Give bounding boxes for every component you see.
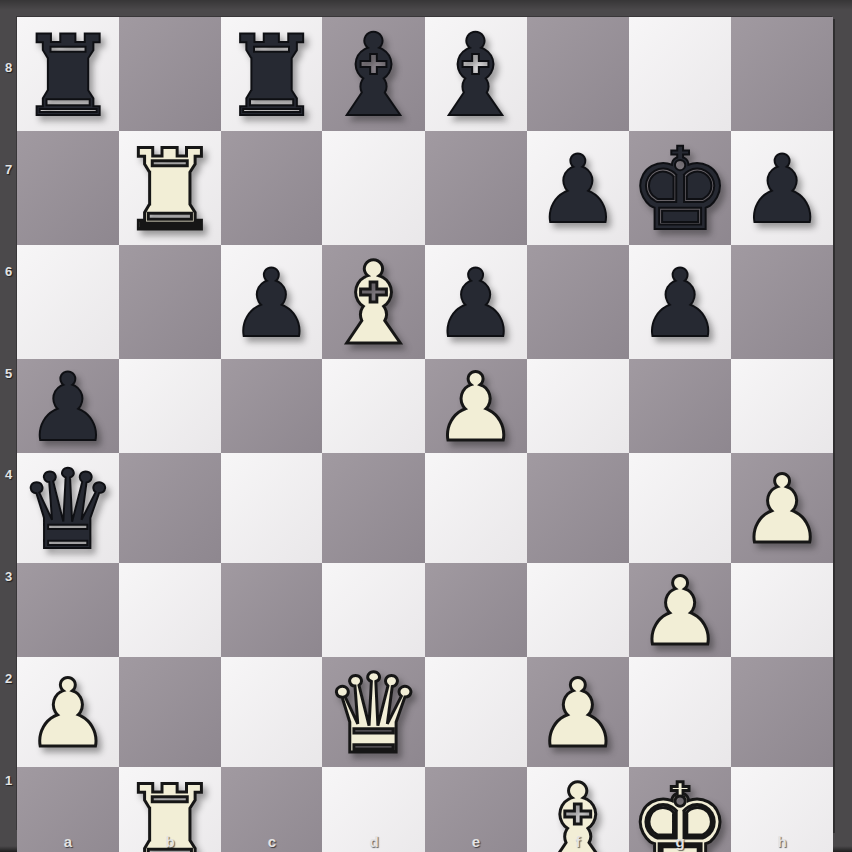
square-h6[interactable]: [731, 245, 833, 359]
piece-white-queen[interactable]: ♛: [324, 659, 423, 769]
piece-black-rook[interactable]: ♜: [221, 20, 321, 132]
square-d3[interactable]: [322, 563, 424, 657]
square-e5[interactable]: ♟: [425, 359, 527, 453]
square-a5[interactable]: ♟: [17, 359, 119, 453]
piece-black-pawn[interactable]: ♟: [536, 143, 620, 237]
piece-white-pawn[interactable]: ♟: [740, 463, 824, 557]
square-a3[interactable]: [17, 563, 119, 657]
square-b2[interactable]: [119, 657, 221, 767]
square-e7[interactable]: [425, 131, 527, 245]
square-f3[interactable]: [527, 563, 629, 657]
piece-white-bishop[interactable]: ♝: [322, 247, 424, 361]
square-c2[interactable]: [221, 657, 323, 767]
rank-labels: 87654321: [0, 17, 17, 831]
square-g7[interactable]: ♚: [629, 131, 731, 245]
piece-black-bishop[interactable]: ♝: [425, 19, 527, 133]
square-g2[interactable]: [629, 657, 731, 767]
rank-label-3: 3: [0, 526, 17, 628]
file-label-c: c: [221, 831, 323, 852]
piece-black-pawn[interactable]: ♟: [740, 143, 824, 237]
square-d2[interactable]: ♛: [322, 657, 424, 767]
rank-label-7: 7: [0, 119, 17, 221]
piece-black-bishop[interactable]: ♝: [322, 19, 424, 133]
square-d5[interactable]: [322, 359, 424, 453]
square-e3[interactable]: [425, 563, 527, 657]
rank-label-8: 8: [0, 17, 17, 119]
file-label-d: d: [323, 831, 425, 852]
square-f6[interactable]: [527, 245, 629, 359]
square-h3[interactable]: [731, 563, 833, 657]
square-c6[interactable]: ♟: [221, 245, 323, 359]
square-a8[interactable]: ♜: [17, 17, 119, 131]
file-label-e: e: [425, 831, 527, 852]
file-labels: abcdefgh: [17, 831, 833, 852]
square-h4[interactable]: ♟: [731, 453, 833, 563]
square-g5[interactable]: [629, 359, 731, 453]
piece-black-pawn[interactable]: ♟: [638, 257, 722, 351]
piece-white-pawn[interactable]: ♟: [536, 667, 620, 761]
square-h5[interactable]: [731, 359, 833, 453]
chess-board-frame: 87654321 abcdefgh ♜♜♝♝♜♟♚♟♟♝♟♟♟♟♛♟♟♟♛♟♜♝…: [0, 0, 852, 852]
square-d6[interactable]: ♝: [322, 245, 424, 359]
square-a7[interactable]: [17, 131, 119, 245]
piece-white-pawn[interactable]: ♟: [434, 361, 518, 455]
square-b3[interactable]: [119, 563, 221, 657]
file-label-f: f: [527, 831, 629, 852]
rank-label-4: 4: [0, 424, 17, 526]
file-label-h: h: [731, 831, 833, 852]
square-a4[interactable]: ♛: [17, 453, 119, 563]
square-e4[interactable]: [425, 453, 527, 563]
square-h2[interactable]: [731, 657, 833, 767]
piece-black-pawn[interactable]: ♟: [434, 257, 518, 351]
rank-label-1: 1: [0, 729, 17, 831]
square-f8[interactable]: [527, 17, 629, 131]
rank-label-6: 6: [0, 221, 17, 323]
square-g3[interactable]: ♟: [629, 563, 731, 657]
square-g8[interactable]: [629, 17, 731, 131]
square-b6[interactable]: [119, 245, 221, 359]
square-d7[interactable]: [322, 131, 424, 245]
rank-label-2: 2: [0, 628, 17, 730]
file-label-g: g: [629, 831, 731, 852]
piece-white-pawn[interactable]: ♟: [26, 667, 110, 761]
square-g4[interactable]: [629, 453, 731, 563]
file-label-b: b: [119, 831, 221, 852]
square-a2[interactable]: ♟: [17, 657, 119, 767]
square-e2[interactable]: [425, 657, 527, 767]
piece-black-pawn[interactable]: ♟: [229, 257, 313, 351]
square-b8[interactable]: [119, 17, 221, 131]
square-c3[interactable]: [221, 563, 323, 657]
square-h8[interactable]: [731, 17, 833, 131]
piece-white-rook[interactable]: ♜: [119, 134, 219, 246]
rank-label-5: 5: [0, 322, 17, 424]
square-f2[interactable]: ♟: [527, 657, 629, 767]
square-f4[interactable]: [527, 453, 629, 563]
square-a6[interactable]: [17, 245, 119, 359]
square-d4[interactable]: [322, 453, 424, 563]
square-f5[interactable]: [527, 359, 629, 453]
square-c7[interactable]: [221, 131, 323, 245]
square-h7[interactable]: ♟: [731, 131, 833, 245]
square-f7[interactable]: ♟: [527, 131, 629, 245]
piece-black-king[interactable]: ♚: [629, 133, 731, 247]
square-b7[interactable]: ♜: [119, 131, 221, 245]
square-c5[interactable]: [221, 359, 323, 453]
square-b5[interactable]: [119, 359, 221, 453]
file-label-a: a: [17, 831, 119, 852]
square-c4[interactable]: [221, 453, 323, 563]
piece-black-pawn[interactable]: ♟: [26, 361, 110, 455]
square-b4[interactable]: [119, 453, 221, 563]
square-e8[interactable]: ♝: [425, 17, 527, 131]
square-d8[interactable]: ♝: [322, 17, 424, 131]
chess-board: ♜♜♝♝♜♟♚♟♟♝♟♟♟♟♛♟♟♟♛♟♜♝♚: [17, 17, 833, 831]
piece-black-queen[interactable]: ♛: [19, 455, 118, 565]
piece-white-pawn[interactable]: ♟: [638, 565, 722, 659]
square-c8[interactable]: ♜: [221, 17, 323, 131]
square-g6[interactable]: ♟: [629, 245, 731, 359]
piece-black-rook[interactable]: ♜: [18, 20, 118, 132]
square-e6[interactable]: ♟: [425, 245, 527, 359]
